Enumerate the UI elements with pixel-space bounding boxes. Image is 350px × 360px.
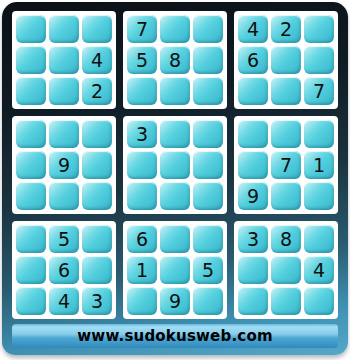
cell-r9c2[interactable]: 4: [49, 287, 79, 315]
cell-r2c6[interactable]: [193, 46, 223, 74]
box-1-1: 42: [12, 11, 116, 109]
cell-r3c3[interactable]: 2: [82, 77, 112, 105]
cell-r3c5[interactable]: [160, 77, 190, 105]
cell-r3c1[interactable]: [16, 77, 46, 105]
cell-r6c9[interactable]: [304, 182, 334, 210]
cell-r2c9[interactable]: [304, 46, 334, 74]
cell-r8c9[interactable]: 4: [304, 256, 334, 284]
cell-r2c2[interactable]: [49, 46, 79, 74]
cell-r2c8[interactable]: [271, 46, 301, 74]
sudoku-board: 4275842679371956436159384 www.sudokusweb…: [2, 2, 348, 355]
cell-r4c1[interactable]: [16, 120, 46, 148]
box-3-1: 5643: [12, 221, 116, 319]
cell-r8c8[interactable]: [271, 256, 301, 284]
box-3-3: 384: [234, 221, 338, 319]
cell-r9c8[interactable]: [271, 287, 301, 315]
cell-r8c6[interactable]: 5: [193, 256, 223, 284]
cell-r1c2[interactable]: [49, 15, 79, 43]
cell-r5c2[interactable]: 9: [49, 151, 79, 179]
cell-r3c2[interactable]: [49, 77, 79, 105]
cell-r1c3[interactable]: [82, 15, 112, 43]
cell-r2c5[interactable]: 8: [160, 46, 190, 74]
cell-r8c3[interactable]: [82, 256, 112, 284]
cell-r9c1[interactable]: [16, 287, 46, 315]
cell-r3c7[interactable]: [238, 77, 268, 105]
cell-r4c6[interactable]: [193, 120, 223, 148]
cell-r5c8[interactable]: 7: [271, 151, 301, 179]
cell-r6c3[interactable]: [82, 182, 112, 210]
cell-r8c1[interactable]: [16, 256, 46, 284]
cell-r2c3[interactable]: 4: [82, 46, 112, 74]
cell-r1c5[interactable]: [160, 15, 190, 43]
cell-r3c8[interactable]: [271, 77, 301, 105]
cell-r5c1[interactable]: [16, 151, 46, 179]
cell-r1c9[interactable]: [304, 15, 334, 43]
cell-r7c2[interactable]: 5: [49, 225, 79, 253]
cell-r7c5[interactable]: [160, 225, 190, 253]
box-1-2: 758: [123, 11, 227, 109]
cell-r5c5[interactable]: [160, 151, 190, 179]
cell-r9c3[interactable]: 3: [82, 287, 112, 315]
cell-r6c4[interactable]: [127, 182, 157, 210]
cell-r6c5[interactable]: [160, 182, 190, 210]
cell-r1c1[interactable]: [16, 15, 46, 43]
cell-r4c7[interactable]: [238, 120, 268, 148]
cell-r8c5[interactable]: [160, 256, 190, 284]
cell-r8c4[interactable]: 1: [127, 256, 157, 284]
cell-r7c9[interactable]: [304, 225, 334, 253]
cell-r3c9[interactable]: 7: [304, 77, 334, 105]
cell-r4c8[interactable]: [271, 120, 301, 148]
cell-r8c7[interactable]: [238, 256, 268, 284]
cell-r1c6[interactable]: [193, 15, 223, 43]
box-2-2: 3: [123, 116, 227, 214]
cell-r6c7[interactable]: 9: [238, 182, 268, 210]
cell-r9c5[interactable]: 9: [160, 287, 190, 315]
cell-r9c9[interactable]: [304, 287, 334, 315]
box-2-3: 719: [234, 116, 338, 214]
cell-r7c8[interactable]: 8: [271, 225, 301, 253]
cell-r4c9[interactable]: [304, 120, 334, 148]
cell-r4c5[interactable]: [160, 120, 190, 148]
cell-r4c4[interactable]: 3: [127, 120, 157, 148]
site-url[interactable]: www.sudokusweb.com: [77, 327, 272, 345]
cell-r6c8[interactable]: [271, 182, 301, 210]
cell-r1c7[interactable]: 4: [238, 15, 268, 43]
cell-r7c6[interactable]: [193, 225, 223, 253]
cell-r9c7[interactable]: [238, 287, 268, 315]
cell-r5c3[interactable]: [82, 151, 112, 179]
cell-r5c4[interactable]: [127, 151, 157, 179]
cell-r7c7[interactable]: 3: [238, 225, 268, 253]
cell-r2c1[interactable]: [16, 46, 46, 74]
cell-r3c4[interactable]: [127, 77, 157, 105]
footer-bar: www.sudokusweb.com: [12, 324, 338, 348]
box-3-2: 6159: [123, 221, 227, 319]
cell-r7c4[interactable]: 6: [127, 225, 157, 253]
cell-r3c6[interactable]: [193, 77, 223, 105]
sudoku-grid: 4275842679371956436159384: [12, 11, 338, 319]
cell-r1c8[interactable]: 2: [271, 15, 301, 43]
cell-r2c4[interactable]: 5: [127, 46, 157, 74]
cell-r5c9[interactable]: 1: [304, 151, 334, 179]
cell-r2c7[interactable]: 6: [238, 46, 268, 74]
cell-r7c3[interactable]: [82, 225, 112, 253]
cell-r6c1[interactable]: [16, 182, 46, 210]
cell-r1c4[interactable]: 7: [127, 15, 157, 43]
cell-r5c6[interactable]: [193, 151, 223, 179]
cell-r9c6[interactable]: [193, 287, 223, 315]
box-2-1: 9: [12, 116, 116, 214]
cell-r9c4[interactable]: [127, 287, 157, 315]
cell-r8c2[interactable]: 6: [49, 256, 79, 284]
cell-r6c2[interactable]: [49, 182, 79, 210]
cell-r7c1[interactable]: [16, 225, 46, 253]
cell-r6c6[interactable]: [193, 182, 223, 210]
box-1-3: 4267: [234, 11, 338, 109]
cell-r4c3[interactable]: [82, 120, 112, 148]
cell-r4c2[interactable]: [49, 120, 79, 148]
cell-r5c7[interactable]: [238, 151, 268, 179]
